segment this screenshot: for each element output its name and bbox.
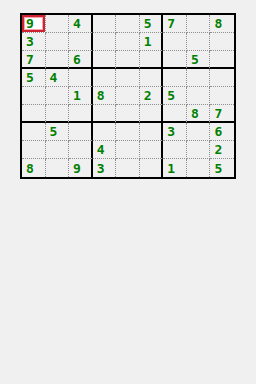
sudoku-cell-r4c3[interactable]: [69, 69, 93, 87]
sudoku-cell-r4c4[interactable]: [93, 69, 117, 87]
sudoku-cell-r8c6[interactable]: [140, 141, 164, 159]
sudoku-cell-r1c5[interactable]: [116, 15, 140, 33]
sudoku-cell-r7c7[interactable]: 3: [163, 123, 187, 141]
sudoku-cell-r8c2[interactable]: [46, 141, 70, 159]
sudoku-cell-r3c5[interactable]: [116, 51, 140, 69]
sudoku-cell-r8c4[interactable]: 4: [93, 141, 117, 159]
sudoku-cell-r6c4[interactable]: [93, 105, 117, 123]
sudoku-cell-r6c2[interactable]: [46, 105, 70, 123]
sudoku-cell-r3c9[interactable]: [210, 51, 234, 69]
sudoku-cell-r3c3[interactable]: 6: [69, 51, 93, 69]
sudoku-cell-r8c8[interactable]: [187, 141, 211, 159]
sudoku-cell-r6c8[interactable]: 8: [187, 105, 211, 123]
sudoku-cell-r2c1[interactable]: 3: [22, 33, 46, 51]
sudoku-cell-r8c3[interactable]: [69, 141, 93, 159]
sudoku-cell-r4c9[interactable]: [210, 69, 234, 87]
sudoku-cell-r1c4[interactable]: [93, 15, 117, 33]
sudoku-cell-r1c8[interactable]: [187, 15, 211, 33]
sudoku-cell-r4c6[interactable]: [140, 69, 164, 87]
sudoku-cell-r3c2[interactable]: [46, 51, 70, 69]
sudoku-cell-r5c6[interactable]: 2: [140, 87, 164, 105]
sudoku-cell-r2c5[interactable]: [116, 33, 140, 51]
sudoku-cell-r2c7[interactable]: [163, 33, 187, 51]
sudoku-cell-r9c5[interactable]: [116, 159, 140, 177]
sudoku-cell-r3c8[interactable]: 5: [187, 51, 211, 69]
sudoku-cell-r2c3[interactable]: [69, 33, 93, 51]
sudoku-cell-r1c3[interactable]: 4: [69, 15, 93, 33]
sudoku-cell-r6c6[interactable]: [140, 105, 164, 123]
sudoku-cell-r7c6[interactable]: [140, 123, 164, 141]
sudoku-cell-r2c6[interactable]: 1: [140, 33, 164, 51]
sudoku-cell-r7c2[interactable]: 5: [46, 123, 70, 141]
sudoku-cell-r4c7[interactable]: [163, 69, 187, 87]
sudoku-cell-r9c8[interactable]: [187, 159, 211, 177]
sudoku-cell-r5c8[interactable]: [187, 87, 211, 105]
sudoku-cell-r7c8[interactable]: [187, 123, 211, 141]
sudoku-cell-r2c8[interactable]: [187, 33, 211, 51]
sudoku-cell-r5c7[interactable]: 5: [163, 87, 187, 105]
sudoku-cell-r5c2[interactable]: [46, 87, 70, 105]
sudoku-cell-r2c4[interactable]: [93, 33, 117, 51]
sudoku-cell-r1c6[interactable]: 5: [140, 15, 164, 33]
sudoku-board: 9457831765541825875364289315: [20, 13, 236, 179]
sudoku-cell-r8c9[interactable]: 2: [210, 141, 234, 159]
sudoku-cell-r8c5[interactable]: [116, 141, 140, 159]
sudoku-cell-r9c9[interactable]: 5: [210, 159, 234, 177]
sudoku-cell-r8c1[interactable]: [22, 141, 46, 159]
sudoku-cell-r6c7[interactable]: [163, 105, 187, 123]
sudoku-cell-r1c1[interactable]: 9: [22, 15, 46, 33]
sudoku-cell-r5c1[interactable]: [22, 87, 46, 105]
sudoku-cell-r2c9[interactable]: [210, 33, 234, 51]
sudoku-cell-r1c7[interactable]: 7: [163, 15, 187, 33]
sudoku-cell-r4c2[interactable]: 4: [46, 69, 70, 87]
sudoku-cell-r6c1[interactable]: [22, 105, 46, 123]
sudoku-cell-r9c4[interactable]: 3: [93, 159, 117, 177]
sudoku-cell-r6c5[interactable]: [116, 105, 140, 123]
sudoku-cell-r6c3[interactable]: [69, 105, 93, 123]
sudoku-cell-r7c5[interactable]: [116, 123, 140, 141]
sudoku-cell-r9c2[interactable]: [46, 159, 70, 177]
sudoku-cell-r3c1[interactable]: 7: [22, 51, 46, 69]
sudoku-cell-r5c5[interactable]: [116, 87, 140, 105]
sudoku-cell-r3c6[interactable]: [140, 51, 164, 69]
sudoku-cell-r5c4[interactable]: 8: [93, 87, 117, 105]
sudoku-cell-r4c5[interactable]: [116, 69, 140, 87]
sudoku-cell-r5c9[interactable]: [210, 87, 234, 105]
sudoku-cell-r7c3[interactable]: [69, 123, 93, 141]
sudoku-cell-r1c2[interactable]: [46, 15, 70, 33]
sudoku-cell-r1c9[interactable]: 8: [210, 15, 234, 33]
sudoku-cell-r9c3[interactable]: 9: [69, 159, 93, 177]
sudoku-cell-r9c6[interactable]: [140, 159, 164, 177]
sudoku-cell-r4c8[interactable]: [187, 69, 211, 87]
sudoku-cell-r9c1[interactable]: 8: [22, 159, 46, 177]
sudoku-cell-r2c2[interactable]: [46, 33, 70, 51]
sudoku-cell-r8c7[interactable]: [163, 141, 187, 159]
sudoku-cell-r7c1[interactable]: [22, 123, 46, 141]
sudoku-cell-r5c3[interactable]: 1: [69, 87, 93, 105]
sudoku-cell-r7c9[interactable]: 6: [210, 123, 234, 141]
sudoku-cell-r6c9[interactable]: 7: [210, 105, 234, 123]
sudoku-cell-r3c4[interactable]: [93, 51, 117, 69]
sudoku-cell-r4c1[interactable]: 5: [22, 69, 46, 87]
sudoku-cell-r7c4[interactable]: [93, 123, 117, 141]
sudoku-cell-r9c7[interactable]: 1: [163, 159, 187, 177]
sudoku-cell-r3c7[interactable]: [163, 51, 187, 69]
